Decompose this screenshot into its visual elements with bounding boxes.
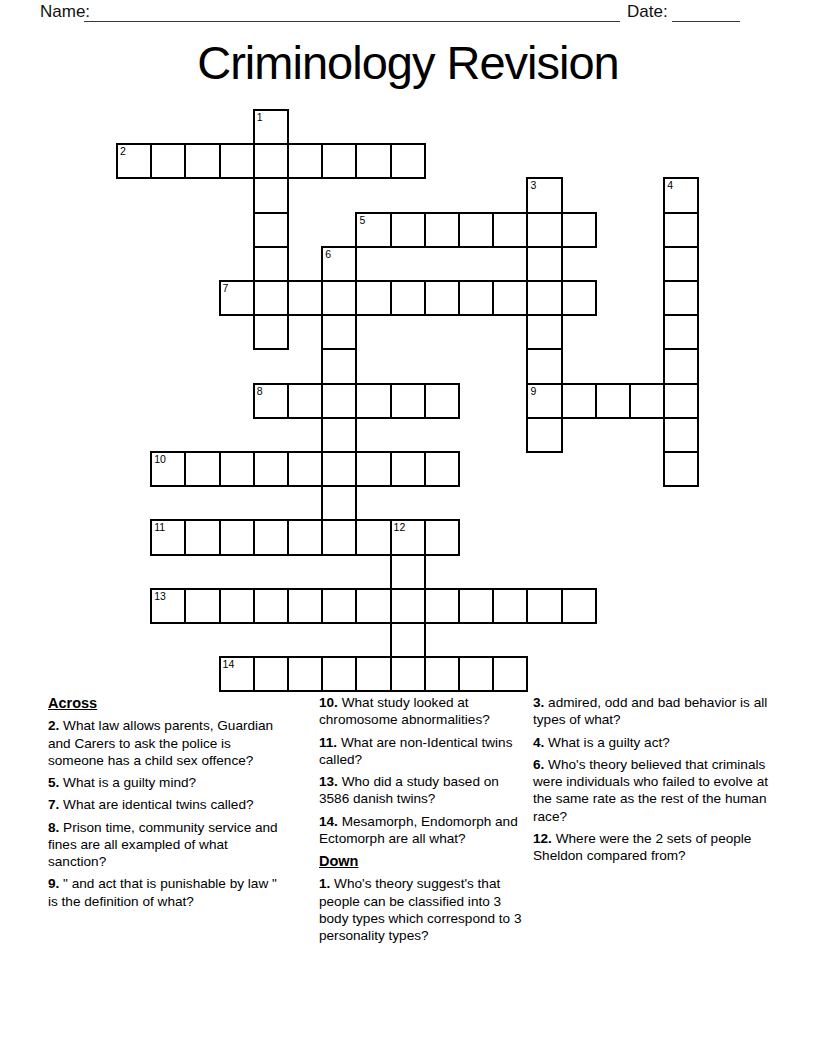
clue-number-label: 4. <box>533 735 544 750</box>
clue-number-label: 11. <box>319 735 337 750</box>
grid-cell[interactable] <box>663 348 699 384</box>
grid-cell[interactable] <box>355 451 391 487</box>
grid-cell[interactable] <box>219 588 255 624</box>
clue-number-label: 6. <box>533 757 544 772</box>
grid-cell[interactable]: 12 <box>390 519 426 555</box>
grid-cell[interactable]: 1 <box>253 109 289 145</box>
grid-cell[interactable] <box>663 417 699 453</box>
cell-number: 2 <box>120 145 126 157</box>
grid-cell[interactable] <box>561 383 597 419</box>
grid-cell[interactable] <box>355 280 391 316</box>
grid-cell[interactable] <box>492 588 528 624</box>
clue-across-9: 9. " and act that is punishable by law "… <box>48 875 286 910</box>
grid-cell[interactable]: 4 <box>663 177 699 213</box>
grid-cell[interactable] <box>321 143 357 179</box>
grid-cell[interactable]: 9 <box>526 383 562 419</box>
cell-number: 6 <box>325 248 331 260</box>
grid-cell[interactable] <box>424 383 460 419</box>
clue-down-3: 3. admired, odd and bad behavior is all … <box>533 694 781 729</box>
grid-cell[interactable]: 14 <box>219 656 255 692</box>
cell-number: 5 <box>359 214 365 226</box>
grid-cell[interactable] <box>663 280 699 316</box>
grid-cell[interactable] <box>355 143 391 179</box>
clue-text: What law allows parents, Guardian and Ca… <box>48 718 273 768</box>
clue-number-label: 10. <box>319 695 338 710</box>
grid-cell[interactable] <box>287 280 323 316</box>
grid-cell[interactable] <box>321 417 357 453</box>
cell-number: 11 <box>154 521 165 533</box>
grid-cell[interactable] <box>253 451 289 487</box>
cell-number: 12 <box>394 521 406 533</box>
grid-cell[interactable] <box>458 588 494 624</box>
crossword-grid: 1234567891011121314 <box>117 110 699 692</box>
grid-cell[interactable] <box>390 588 426 624</box>
grid-cell[interactable] <box>390 656 426 692</box>
grid-cell[interactable] <box>526 280 562 316</box>
grid-cell[interactable] <box>321 451 357 487</box>
grid-cell[interactable] <box>458 656 494 692</box>
cell-number: 9 <box>530 385 536 397</box>
grid-cell[interactable] <box>390 451 426 487</box>
grid-cell[interactable] <box>390 280 426 316</box>
grid-cell[interactable] <box>321 519 357 555</box>
clue-text: What study looked at chromosome abnormal… <box>319 695 490 727</box>
cell-number: 7 <box>223 282 229 294</box>
grid-cell[interactable] <box>253 314 289 350</box>
grid-cell[interactable]: 8 <box>253 383 289 419</box>
clue-across-11: 11. What are non-Identical twins called? <box>319 734 532 769</box>
grid-cell[interactable] <box>253 212 289 248</box>
clue-number-label: 8. <box>48 820 59 835</box>
clue-across-5: 5. What is a guilty mind? <box>48 774 286 791</box>
clue-across-10: 10. What study looked at chromosome abno… <box>319 694 532 729</box>
grid-cell[interactable] <box>355 656 391 692</box>
grid-cell[interactable] <box>184 519 220 555</box>
grid-cell[interactable] <box>390 212 426 248</box>
grid-cell[interactable] <box>663 314 699 350</box>
clue-number-label: 5. <box>48 775 59 790</box>
grid-cell[interactable] <box>526 348 562 384</box>
cell-number: 13 <box>154 590 166 602</box>
grid-cell[interactable] <box>253 519 289 555</box>
grid-cell[interactable] <box>390 143 426 179</box>
grid-cell[interactable] <box>287 143 323 179</box>
clue-across-2: 2. What law allows parents, Guardian and… <box>48 717 286 769</box>
grid-cell[interactable] <box>321 348 357 384</box>
clue-text: What are identical twins called? <box>59 797 253 812</box>
down-heading: Down <box>319 852 532 870</box>
grid-cell[interactable] <box>458 280 494 316</box>
grid-cell[interactable] <box>321 314 357 350</box>
clue-text: " and act that is punishable by law " is… <box>48 876 277 908</box>
grid-cell[interactable] <box>561 588 597 624</box>
grid-cell[interactable] <box>492 212 528 248</box>
grid-cell[interactable] <box>253 656 289 692</box>
clue-text: Who's theory believed that criminals wer… <box>533 757 768 824</box>
clue-across-14: 14. Mesamorph, Endomorph and Ectomorph a… <box>319 813 532 848</box>
grid-cell[interactable] <box>219 143 255 179</box>
grid-cell[interactable] <box>663 246 699 282</box>
grid-cell[interactable] <box>219 519 255 555</box>
grid-cell[interactable] <box>424 280 460 316</box>
cell-number: 4 <box>667 179 673 191</box>
clue-number-label: 9. <box>48 876 59 891</box>
grid-cell[interactable] <box>390 554 426 590</box>
grid-cell[interactable] <box>321 383 357 419</box>
date-label: Date: <box>627 2 668 22</box>
grid-cell[interactable] <box>561 280 597 316</box>
clue-across-8: 8. Prison time, community service and fi… <box>48 819 286 871</box>
grid-cell[interactable]: 2 <box>116 143 152 179</box>
grid-cell[interactable] <box>150 143 186 179</box>
grid-cell[interactable] <box>321 656 357 692</box>
clue-column-2: 10. What study looked at chromosome abno… <box>319 694 532 949</box>
grid-cell[interactable] <box>253 246 289 282</box>
clue-across-7: 7. What are identical twins called? <box>48 796 286 813</box>
cell-number: 3 <box>530 179 536 191</box>
date-input-line[interactable] <box>672 21 740 22</box>
grid-cell[interactable] <box>253 177 289 213</box>
grid-cell[interactable] <box>526 212 562 248</box>
grid-cell[interactable] <box>184 143 220 179</box>
grid-cell[interactable] <box>287 588 323 624</box>
grid-cell[interactable] <box>390 622 426 658</box>
grid-cell[interactable] <box>492 656 528 692</box>
grid-cell[interactable] <box>492 280 528 316</box>
clue-number-label: 3. <box>533 695 544 710</box>
clue-number-label: 1. <box>319 876 330 891</box>
clue-text: Where were the 2 sets of people Sheldon … <box>533 831 751 863</box>
grid-cell[interactable] <box>219 451 255 487</box>
grid-cell[interactable] <box>526 417 562 453</box>
name-label: Name: <box>40 2 90 22</box>
grid-cell[interactable] <box>321 485 357 521</box>
grid-cell[interactable] <box>287 656 323 692</box>
clue-text: What is a guilty mind? <box>59 775 196 790</box>
grid-cell[interactable]: 7 <box>219 280 255 316</box>
cell-number: 8 <box>257 385 263 397</box>
clue-text: Mesamorph, Endomorph and Ectomorph are a… <box>319 814 518 846</box>
grid-cell[interactable] <box>287 519 323 555</box>
grid-cell[interactable] <box>253 143 289 179</box>
grid-cell[interactable] <box>663 383 699 419</box>
grid-cell[interactable] <box>184 588 220 624</box>
grid-cell[interactable] <box>424 588 460 624</box>
clue-number-label: 12. <box>533 831 552 846</box>
grid-cell[interactable] <box>424 519 460 555</box>
clue-down-1: 1. Who's theory suggest's that people ca… <box>319 875 532 944</box>
clue-number-label: 2. <box>48 718 59 733</box>
clue-across-13: 13. Who did a study based on 3586 danish… <box>319 773 532 808</box>
cell-number: 10 <box>154 453 166 465</box>
grid-cell[interactable]: 3 <box>526 177 562 213</box>
grid-cell[interactable] <box>526 314 562 350</box>
grid-cell[interactable]: 5 <box>355 212 391 248</box>
worksheet-page: Name: Date: Criminology Revision 1234567… <box>0 0 816 1056</box>
across-heading: Across <box>48 694 286 712</box>
clue-text: Prison time, community service and fines… <box>48 820 278 870</box>
grid-cell[interactable] <box>253 280 289 316</box>
grid-cell[interactable] <box>184 451 220 487</box>
page-title: Criminology Revision <box>0 35 816 90</box>
grid-cell[interactable]: 10 <box>150 451 186 487</box>
grid-cell[interactable] <box>287 383 323 419</box>
grid-cell[interactable] <box>321 588 357 624</box>
clue-number-label: 7. <box>48 797 59 812</box>
clue-text: What is a guilty act? <box>544 735 669 750</box>
grid-cell[interactable] <box>595 383 631 419</box>
clue-text: What are non-Identical twins called? <box>319 735 512 767</box>
grid-cell[interactable] <box>629 383 665 419</box>
grid-cell[interactable]: 11 <box>150 519 186 555</box>
grid-cell[interactable] <box>526 246 562 282</box>
name-input-line[interactable] <box>84 21 620 22</box>
grid-cell[interactable] <box>253 588 289 624</box>
clue-down-6: 6. Who's theory believed that criminals … <box>533 756 781 825</box>
clue-text: Who did a study based on 3586 danish twi… <box>319 774 499 806</box>
clue-column-3: 3. admired, odd and bad behavior is all … <box>533 694 781 869</box>
grid-cell[interactable] <box>355 383 391 419</box>
grid-cell[interactable] <box>424 656 460 692</box>
clue-number-label: 14. <box>319 814 338 829</box>
grid-cell[interactable] <box>561 212 597 248</box>
grid-cell[interactable] <box>355 588 391 624</box>
grid-cell[interactable] <box>321 280 357 316</box>
grid-cell[interactable] <box>355 519 391 555</box>
grid-cell[interactable]: 6 <box>321 246 357 282</box>
grid-cell[interactable]: 13 <box>150 588 186 624</box>
cell-number: 14 <box>223 658 235 670</box>
grid-cell[interactable] <box>526 588 562 624</box>
grid-cell[interactable] <box>663 451 699 487</box>
grid-cell[interactable] <box>424 212 460 248</box>
clue-column-1: Across2. What law allows parents, Guardi… <box>48 694 286 915</box>
clue-text: Who's theory suggest's that people can b… <box>319 876 522 943</box>
clue-text: admired, odd and bad behavior is all typ… <box>533 695 767 727</box>
clue-number-label: 13. <box>319 774 338 789</box>
grid-cell[interactable] <box>663 212 699 248</box>
grid-cell[interactable] <box>390 383 426 419</box>
grid-cell[interactable] <box>424 451 460 487</box>
clue-down-4: 4. What is a guilty act? <box>533 734 781 751</box>
grid-cell[interactable] <box>458 212 494 248</box>
clue-down-12: 12. Where were the 2 sets of people Shel… <box>533 830 781 865</box>
cell-number: 1 <box>257 111 263 123</box>
grid-cell[interactable] <box>287 451 323 487</box>
